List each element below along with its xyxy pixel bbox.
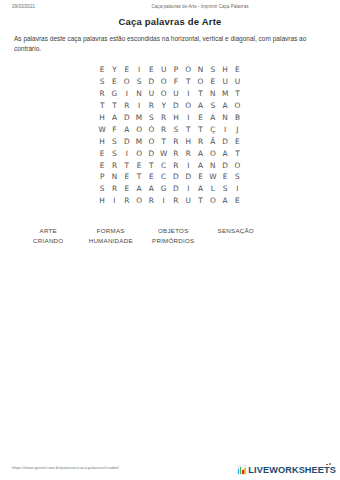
grid-cell-r3c2[interactable]: G <box>108 88 120 100</box>
grid-cell-r9c5[interactable]: T <box>145 159 157 171</box>
logo-text: LIVEWORKSHEETS <box>248 466 336 475</box>
grid-cell-r2c5[interactable]: D <box>145 76 157 88</box>
grid-cell-r6c1[interactable]: W <box>96 123 108 135</box>
grid-cell-r11c8[interactable]: I <box>182 183 194 195</box>
grid-cell-r1c5[interactable]: E <box>145 64 157 76</box>
grid-cell-r10c1[interactable]: P <box>96 171 108 183</box>
print-doc-title: Caça palavras de Arte - Imprimir Caça Pa… <box>0 4 340 9</box>
grid-cell-r6c10[interactable]: Ç <box>207 123 219 135</box>
grid-cell-r3c3[interactable]: I <box>121 88 133 100</box>
instructions-text: As palavras deste caça palavras estão es… <box>14 34 330 54</box>
grid-cell-r6c7[interactable]: S <box>170 123 182 135</box>
grid-cell-r4c5[interactable]: R <box>145 100 157 112</box>
grid-cell-r9c6[interactable]: C <box>157 159 169 171</box>
grid-cell-r1c9[interactable]: N <box>194 64 206 76</box>
grid-cell-r2c8[interactable]: T <box>182 76 194 88</box>
grid-cell-r8c3[interactable]: I <box>121 147 133 159</box>
grid-cell-r8c9[interactable]: A <box>194 147 206 159</box>
logo-bar <box>238 469 239 474</box>
grid-cell-r1c10[interactable]: S <box>207 64 219 76</box>
grid-cell-r3c6[interactable]: O <box>157 88 169 100</box>
logo-bar <box>240 467 241 474</box>
source-url: https://www.geniol.com.br/palavras/caca-… <box>12 465 119 470</box>
liveworksheets-logo: LIVEWORKSHEETS <box>237 465 336 475</box>
grid-cell-r5c12[interactable]: B <box>231 112 243 124</box>
grid-cell-r11c5[interactable]: A <box>145 183 157 195</box>
grid-cell-r8c8[interactable]: R <box>182 147 194 159</box>
grid-cell-r6c12[interactable]: J <box>231 123 243 135</box>
grid-cell-r4c6[interactable]: Y <box>157 100 169 112</box>
grid-cell-r5c2[interactable]: A <box>108 112 120 124</box>
grid-cell-r1c4[interactable]: I <box>133 64 145 76</box>
grid-cell-r9c3[interactable]: T <box>121 159 133 171</box>
grid-cell-r2c12[interactable]: U <box>231 76 243 88</box>
bar-chart-icon <box>237 465 247 475</box>
grid-cell-r9c2[interactable]: R <box>108 159 120 171</box>
grid-cell-r11c11[interactable]: S <box>219 183 231 195</box>
word-primórdios: PRIMÓRDIOS <box>142 237 205 244</box>
grid-cell-r3c4[interactable]: N <box>133 88 145 100</box>
grid-cell-r8c5[interactable]: D <box>145 147 157 159</box>
grid-cell-r11c9[interactable]: A <box>194 183 206 195</box>
grid-cell-r7c6[interactable]: T <box>157 135 169 147</box>
grid-cell-r11c2[interactable]: R <box>108 183 120 195</box>
word-empty <box>205 237 268 244</box>
grid-cell-r12c11[interactable]: A <box>219 195 231 207</box>
grid-cell-r7c1[interactable]: H <box>96 135 108 147</box>
grid-cell-r5c9[interactable]: E <box>194 112 206 124</box>
grid-cell-r11c3[interactable]: E <box>121 183 133 195</box>
grid-cell-r5c3[interactable]: D <box>121 112 133 124</box>
grid-cell-r10c10[interactable]: W <box>207 171 219 183</box>
grid-cell-r3c11[interactable]: M <box>219 88 231 100</box>
grid-cell-r2c1[interactable]: S <box>96 76 108 88</box>
grid-cell-r11c7[interactable]: D <box>170 183 182 195</box>
grid-cell-r6c11[interactable]: I <box>219 123 231 135</box>
grid-cell-r1c12[interactable]: E <box>231 64 243 76</box>
grid-cell-r8c7[interactable]: R <box>170 147 182 159</box>
grid-cell-r2c9[interactable]: O <box>194 76 206 88</box>
word-arte: ARTE <box>17 227 80 234</box>
grid-cell-r1c1[interactable]: E <box>96 64 108 76</box>
grid-cell-r12c2[interactable]: I <box>108 195 120 207</box>
page-title: Caça palavras de Arte <box>0 16 340 27</box>
grid-cell-r10c8[interactable]: D <box>182 171 194 183</box>
grid-cell-r4c11[interactable]: A <box>219 100 231 112</box>
grid-cell-r8c6[interactable]: W <box>157 147 169 159</box>
grid-cell-r5c5[interactable]: S <box>145 112 157 124</box>
grid-cell-r4c10[interactable]: S <box>207 100 219 112</box>
grid-cell-r6c4[interactable]: O <box>133 123 145 135</box>
grid-cell-r10c2[interactable]: N <box>108 171 120 183</box>
grid-cell-r4c7[interactable]: D <box>170 100 182 112</box>
grid-cell-r5c4[interactable]: M <box>133 112 145 124</box>
logo-bar <box>244 468 245 474</box>
word-list: ARTEFORMASOBJETOSSENSAÇÃOCRIANDOHUMANIDA… <box>17 227 267 244</box>
grid-cell-r1c6[interactable]: U <box>157 64 169 76</box>
browser-print-header: 29/03/2021 Caça palavras de Arte - Impri… <box>0 4 340 12</box>
grid-cell-r2c6[interactable]: O <box>157 76 169 88</box>
grid-cell-r12c7[interactable]: R <box>170 195 182 207</box>
grid-cell-r6c2[interactable]: F <box>108 123 120 135</box>
grid-cell-r3c10[interactable]: N <box>207 88 219 100</box>
grid-cell-r1c11[interactable]: H <box>219 64 231 76</box>
grid-cell-r10c11[interactable]: E <box>219 171 231 183</box>
grid-cell-r1c7[interactable]: P <box>170 64 182 76</box>
grid-cell-r7c9[interactable]: R <box>194 135 206 147</box>
grid-cell-r10c3[interactable]: E <box>121 171 133 183</box>
grid-cell-r5c7[interactable]: H <box>170 112 182 124</box>
grid-cell-r1c8[interactable]: O <box>182 64 194 76</box>
grid-cell-r4c2[interactable]: T <box>108 100 120 112</box>
logo-accent-dot <box>326 464 328 466</box>
grid-cell-r8c2[interactable]: S <box>108 147 120 159</box>
grid-cell-r8c12[interactable]: T <box>231 147 243 159</box>
grid-cell-r11c6[interactable]: G <box>157 183 169 195</box>
grid-cell-r9c4[interactable]: E <box>133 159 145 171</box>
grid-cell-r9c10[interactable]: N <box>207 159 219 171</box>
grid-cell-r1c2[interactable]: Y <box>108 64 120 76</box>
word-formas: FORMAS <box>80 227 143 234</box>
grid-cell-r6c6[interactable]: R <box>157 123 169 135</box>
grid-cell-r2c2[interactable]: E <box>108 76 120 88</box>
grid-cell-r8c10[interactable]: O <box>207 147 219 159</box>
grid-cell-r4c9[interactable]: A <box>194 100 206 112</box>
grid-cell-r12c1[interactable]: H <box>96 195 108 207</box>
grid-cell-r5c11[interactable]: N <box>219 112 231 124</box>
grid-cell-r6c8[interactable]: T <box>182 123 194 135</box>
grid-cell-r7c11[interactable]: D <box>219 135 231 147</box>
grid-cell-r7c7[interactable]: R <box>170 135 182 147</box>
grid-cell-r10c12[interactable]: S <box>231 171 243 183</box>
word-criando: CRIANDO <box>17 237 80 244</box>
grid-cell-r4c4[interactable]: I <box>133 100 145 112</box>
logo-accent-dot <box>329 463 331 465</box>
grid-cell-r9c11[interactable]: D <box>219 159 231 171</box>
grid-cell-r8c4[interactable]: O <box>133 147 145 159</box>
grid-cell-r4c8[interactable]: O <box>182 100 194 112</box>
grid-cell-r9c1[interactable]: E <box>96 159 108 171</box>
grid-cell-r9c7[interactable]: R <box>170 159 182 171</box>
grid-cell-r3c12[interactable]: T <box>231 88 243 100</box>
word-objetos: OBJETOS <box>142 227 205 234</box>
grid-cell-r9c12[interactable]: O <box>231 159 243 171</box>
grid-cell-r4c3[interactable]: R <box>121 100 133 112</box>
grid-cell-r10c9[interactable]: E <box>194 171 206 183</box>
grid-cell-r12c8[interactable]: U <box>182 195 194 207</box>
wordsearch-grid[interactable]: EYEIEUPONSHESEOSDOFTOEUURGINUOUITNMTTTRI… <box>96 64 244 207</box>
grid-cell-r2c10[interactable]: E <box>207 76 219 88</box>
grid-cell-r3c8[interactable]: I <box>182 88 194 100</box>
grid-cell-r8c11[interactable]: A <box>219 147 231 159</box>
grid-cell-r12c5[interactable]: R <box>145 195 157 207</box>
worksheet-page: 29/03/2021 Caça palavras de Arte - Impri… <box>0 0 340 480</box>
grid-cell-r9c9[interactable]: A <box>194 159 206 171</box>
word-sensação: SENSAÇÃO <box>205 227 268 234</box>
grid-cell-r12c6[interactable]: I <box>157 195 169 207</box>
grid-cell-r7c8[interactable]: H <box>182 135 194 147</box>
grid-cell-r6c5[interactable]: Ó <box>145 123 157 135</box>
grid-cell-r12c3[interactable]: R <box>121 195 133 207</box>
grid-cell-r10c6[interactable]: C <box>157 171 169 183</box>
logo-bar <box>242 470 243 474</box>
grid-cell-r3c1[interactable]: R <box>96 88 108 100</box>
grid-cell-r12c9[interactable]: T <box>194 195 206 207</box>
grid-cell-r2c4[interactable]: S <box>133 76 145 88</box>
word-humanidade: HUMANIDADE <box>80 237 143 244</box>
grid-cell-r10c7[interactable]: D <box>170 171 182 183</box>
grid-cell-r10c5[interactable]: E <box>145 171 157 183</box>
grid-cell-r7c4[interactable]: M <box>133 135 145 147</box>
grid-cell-r11c10[interactable]: L <box>207 183 219 195</box>
grid-cell-r3c5[interactable]: U <box>145 88 157 100</box>
grid-cell-r12c12[interactable]: E <box>231 195 243 207</box>
grid-cell-r11c12[interactable]: I <box>231 183 243 195</box>
grid-cell-r3c9[interactable]: T <box>194 88 206 100</box>
grid-cell-r10c4[interactable]: T <box>133 171 145 183</box>
grid-cell-r7c5[interactable]: O <box>145 135 157 147</box>
grid-cell-r6c9[interactable]: T <box>194 123 206 135</box>
grid-cell-r7c3[interactable]: D <box>121 135 133 147</box>
grid-cell-r1c3[interactable]: E <box>121 64 133 76</box>
grid-cell-r5c1[interactable]: H <box>96 112 108 124</box>
grid-cell-r7c10[interactable]: Ã <box>207 135 219 147</box>
grid-cell-r2c3[interactable]: O <box>121 76 133 88</box>
grid-cell-r4c12[interactable]: O <box>231 100 243 112</box>
grid-cell-r4c1[interactable]: T <box>96 100 108 112</box>
grid-cell-r7c12[interactable]: E <box>231 135 243 147</box>
grid-cell-r12c4[interactable]: O <box>133 195 145 207</box>
grid-cell-r7c2[interactable]: S <box>108 135 120 147</box>
grid-cell-r8c1[interactable]: E <box>96 147 108 159</box>
grid-cell-r3c7[interactable]: U <box>170 88 182 100</box>
grid-cell-r12c10[interactable]: O <box>207 195 219 207</box>
grid-cell-r2c11[interactable]: U <box>219 76 231 88</box>
grid-cell-r11c1[interactable]: S <box>96 183 108 195</box>
grid-cell-r11c4[interactable]: A <box>133 183 145 195</box>
grid-cell-r5c8[interactable]: I <box>182 112 194 124</box>
grid-cell-r6c3[interactable]: A <box>121 123 133 135</box>
grid-cell-r2c7[interactable]: F <box>170 76 182 88</box>
grid-cell-r5c10[interactable]: A <box>207 112 219 124</box>
grid-cell-r9c8[interactable]: I <box>182 159 194 171</box>
grid-cell-r5c6[interactable]: R <box>157 112 169 124</box>
